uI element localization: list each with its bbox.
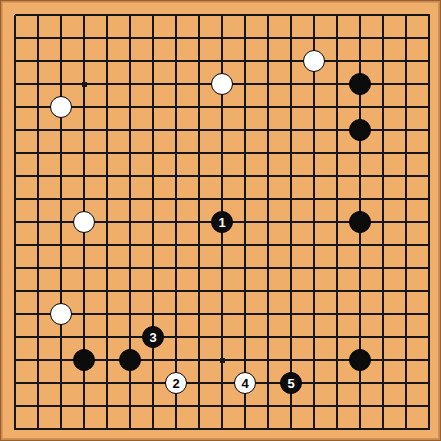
point-G12[interactable] (142, 165, 165, 188)
point-H19[interactable] (165, 4, 188, 27)
point-K19[interactable] (211, 4, 234, 27)
point-M10[interactable] (257, 211, 280, 234)
point-D8[interactable] (73, 257, 96, 280)
point-H17[interactable] (165, 50, 188, 73)
point-G15[interactable] (142, 96, 165, 119)
point-D2[interactable] (73, 395, 96, 418)
point-G18[interactable] (142, 27, 165, 50)
point-T8[interactable] (418, 257, 441, 280)
point-R13[interactable] (372, 142, 395, 165)
point-G2[interactable] (142, 395, 165, 418)
point-E18[interactable] (96, 27, 119, 50)
point-F8[interactable] (119, 257, 142, 280)
point-R19[interactable] (372, 4, 395, 27)
point-L11[interactable] (234, 188, 257, 211)
point-Q8[interactable] (349, 257, 372, 280)
point-J14[interactable] (188, 119, 211, 142)
point-L5[interactable] (234, 326, 257, 349)
black-stone-Q16[interactable] (349, 73, 371, 95)
point-Q11[interactable] (349, 188, 372, 211)
point-G16[interactable] (142, 73, 165, 96)
point-K10[interactable]: 1 (211, 211, 234, 234)
point-Q9[interactable] (349, 234, 372, 257)
point-M14[interactable] (257, 119, 280, 142)
point-K14[interactable] (211, 119, 234, 142)
point-K9[interactable] (211, 234, 234, 257)
point-R17[interactable] (372, 50, 395, 73)
point-B8[interactable] (27, 257, 50, 280)
point-O1[interactable] (303, 418, 326, 441)
point-S12[interactable] (395, 165, 418, 188)
point-D4[interactable] (73, 349, 96, 372)
point-C10[interactable] (50, 211, 73, 234)
point-O11[interactable] (303, 188, 326, 211)
point-E12[interactable] (96, 165, 119, 188)
point-K11[interactable] (211, 188, 234, 211)
point-H11[interactable] (165, 188, 188, 211)
point-K15[interactable] (211, 96, 234, 119)
black-stone-Q4[interactable] (349, 349, 371, 371)
point-B16[interactable] (27, 73, 50, 96)
point-Q15[interactable] (349, 96, 372, 119)
point-P9[interactable] (326, 234, 349, 257)
point-N18[interactable] (280, 27, 303, 50)
point-B12[interactable] (27, 165, 50, 188)
point-Q13[interactable] (349, 142, 372, 165)
point-C2[interactable] (50, 395, 73, 418)
point-E10[interactable] (96, 211, 119, 234)
point-A4[interactable] (4, 349, 27, 372)
point-A15[interactable] (4, 96, 27, 119)
point-O6[interactable] (303, 303, 326, 326)
point-P10[interactable] (326, 211, 349, 234)
point-R12[interactable] (372, 165, 395, 188)
point-C5[interactable] (50, 326, 73, 349)
point-O9[interactable] (303, 234, 326, 257)
point-J13[interactable] (188, 142, 211, 165)
point-C3[interactable] (50, 372, 73, 395)
point-B3[interactable] (27, 372, 50, 395)
point-O3[interactable] (303, 372, 326, 395)
point-N7[interactable] (280, 280, 303, 303)
point-E16[interactable] (96, 73, 119, 96)
point-K13[interactable] (211, 142, 234, 165)
point-H7[interactable] (165, 280, 188, 303)
point-G6[interactable] (142, 303, 165, 326)
point-T2[interactable] (418, 395, 441, 418)
point-L10[interactable] (234, 211, 257, 234)
point-M2[interactable] (257, 395, 280, 418)
point-O4[interactable] (303, 349, 326, 372)
point-M19[interactable] (257, 4, 280, 27)
point-R14[interactable] (372, 119, 395, 142)
point-R4[interactable] (372, 349, 395, 372)
point-A16[interactable] (4, 73, 27, 96)
point-S4[interactable] (395, 349, 418, 372)
point-D3[interactable] (73, 372, 96, 395)
point-S11[interactable] (395, 188, 418, 211)
point-E15[interactable] (96, 96, 119, 119)
point-J9[interactable] (188, 234, 211, 257)
point-S6[interactable] (395, 303, 418, 326)
point-G4[interactable] (142, 349, 165, 372)
point-T5[interactable] (418, 326, 441, 349)
point-K17[interactable] (211, 50, 234, 73)
point-J16[interactable] (188, 73, 211, 96)
point-Q6[interactable] (349, 303, 372, 326)
point-B17[interactable] (27, 50, 50, 73)
point-R16[interactable] (372, 73, 395, 96)
point-D6[interactable] (73, 303, 96, 326)
point-K3[interactable] (211, 372, 234, 395)
point-M17[interactable] (257, 50, 280, 73)
point-B2[interactable] (27, 395, 50, 418)
point-K8[interactable] (211, 257, 234, 280)
point-F9[interactable] (119, 234, 142, 257)
point-O7[interactable] (303, 280, 326, 303)
point-P3[interactable] (326, 372, 349, 395)
point-E4[interactable] (96, 349, 119, 372)
point-F19[interactable] (119, 4, 142, 27)
point-B15[interactable] (27, 96, 50, 119)
point-P14[interactable] (326, 119, 349, 142)
point-P16[interactable] (326, 73, 349, 96)
point-H3[interactable]: 2 (165, 372, 188, 395)
black-stone-F4[interactable] (119, 349, 141, 371)
point-B18[interactable] (27, 27, 50, 50)
point-C1[interactable] (50, 418, 73, 441)
point-C8[interactable] (50, 257, 73, 280)
point-R15[interactable] (372, 96, 395, 119)
point-J19[interactable] (188, 4, 211, 27)
point-E5[interactable] (96, 326, 119, 349)
point-S10[interactable] (395, 211, 418, 234)
point-A7[interactable] (4, 280, 27, 303)
point-B4[interactable] (27, 349, 50, 372)
point-L17[interactable] (234, 50, 257, 73)
point-C18[interactable] (50, 27, 73, 50)
point-S19[interactable] (395, 4, 418, 27)
point-F7[interactable] (119, 280, 142, 303)
point-N14[interactable] (280, 119, 303, 142)
point-M18[interactable] (257, 27, 280, 50)
point-T14[interactable] (418, 119, 441, 142)
point-B6[interactable] (27, 303, 50, 326)
point-K18[interactable] (211, 27, 234, 50)
point-D15[interactable] (73, 96, 96, 119)
point-N10[interactable] (280, 211, 303, 234)
point-L19[interactable] (234, 4, 257, 27)
point-T7[interactable] (418, 280, 441, 303)
point-R3[interactable] (372, 372, 395, 395)
point-B10[interactable] (27, 211, 50, 234)
point-C14[interactable] (50, 119, 73, 142)
point-F16[interactable] (119, 73, 142, 96)
point-M1[interactable] (257, 418, 280, 441)
move-2-white-stone-H3[interactable]: 2 (165, 372, 187, 394)
point-F11[interactable] (119, 188, 142, 211)
point-G1[interactable] (142, 418, 165, 441)
point-L4[interactable] (234, 349, 257, 372)
point-O18[interactable] (303, 27, 326, 50)
point-F12[interactable] (119, 165, 142, 188)
point-P12[interactable] (326, 165, 349, 188)
point-E6[interactable] (96, 303, 119, 326)
point-Q10[interactable] (349, 211, 372, 234)
point-H2[interactable] (165, 395, 188, 418)
point-G10[interactable] (142, 211, 165, 234)
point-C11[interactable] (50, 188, 73, 211)
point-S18[interactable] (395, 27, 418, 50)
point-A1[interactable] (4, 418, 27, 441)
point-H12[interactable] (165, 165, 188, 188)
point-J12[interactable] (188, 165, 211, 188)
point-R8[interactable] (372, 257, 395, 280)
point-C15[interactable] (50, 96, 73, 119)
point-K2[interactable] (211, 395, 234, 418)
point-K7[interactable] (211, 280, 234, 303)
point-L16[interactable] (234, 73, 257, 96)
point-O15[interactable] (303, 96, 326, 119)
point-A18[interactable] (4, 27, 27, 50)
point-F6[interactable] (119, 303, 142, 326)
point-P2[interactable] (326, 395, 349, 418)
point-P8[interactable] (326, 257, 349, 280)
point-B5[interactable] (27, 326, 50, 349)
point-S15[interactable] (395, 96, 418, 119)
point-M12[interactable] (257, 165, 280, 188)
point-Q12[interactable] (349, 165, 372, 188)
point-F4[interactable] (119, 349, 142, 372)
point-M6[interactable] (257, 303, 280, 326)
point-N4[interactable] (280, 349, 303, 372)
point-L2[interactable] (234, 395, 257, 418)
point-O13[interactable] (303, 142, 326, 165)
point-M5[interactable] (257, 326, 280, 349)
point-D11[interactable] (73, 188, 96, 211)
point-N16[interactable] (280, 73, 303, 96)
white-stone-K16[interactable] (211, 73, 233, 95)
point-S14[interactable] (395, 119, 418, 142)
point-Q14[interactable] (349, 119, 372, 142)
point-D5[interactable] (73, 326, 96, 349)
point-Q1[interactable] (349, 418, 372, 441)
point-A5[interactable] (4, 326, 27, 349)
point-E19[interactable] (96, 4, 119, 27)
point-N1[interactable] (280, 418, 303, 441)
point-G7[interactable] (142, 280, 165, 303)
point-B9[interactable] (27, 234, 50, 257)
point-M11[interactable] (257, 188, 280, 211)
point-A3[interactable] (4, 372, 27, 395)
point-S5[interactable] (395, 326, 418, 349)
point-P11[interactable] (326, 188, 349, 211)
point-F5[interactable] (119, 326, 142, 349)
point-R10[interactable] (372, 211, 395, 234)
point-L9[interactable] (234, 234, 257, 257)
point-H10[interactable] (165, 211, 188, 234)
point-D1[interactable] (73, 418, 96, 441)
point-J8[interactable] (188, 257, 211, 280)
point-F17[interactable] (119, 50, 142, 73)
point-N6[interactable] (280, 303, 303, 326)
point-M13[interactable] (257, 142, 280, 165)
point-R18[interactable] (372, 27, 395, 50)
point-N9[interactable] (280, 234, 303, 257)
point-N17[interactable] (280, 50, 303, 73)
point-H5[interactable] (165, 326, 188, 349)
point-O14[interactable] (303, 119, 326, 142)
point-S3[interactable] (395, 372, 418, 395)
point-E1[interactable] (96, 418, 119, 441)
point-G14[interactable] (142, 119, 165, 142)
point-B1[interactable] (27, 418, 50, 441)
point-A2[interactable] (4, 395, 27, 418)
point-O19[interactable] (303, 4, 326, 27)
point-K16[interactable] (211, 73, 234, 96)
point-S1[interactable] (395, 418, 418, 441)
point-A10[interactable] (4, 211, 27, 234)
black-stone-Q14[interactable] (349, 119, 371, 141)
point-J15[interactable] (188, 96, 211, 119)
point-K5[interactable] (211, 326, 234, 349)
point-J17[interactable] (188, 50, 211, 73)
point-N13[interactable] (280, 142, 303, 165)
point-E8[interactable] (96, 257, 119, 280)
point-Q19[interactable] (349, 4, 372, 27)
point-J18[interactable] (188, 27, 211, 50)
point-C17[interactable] (50, 50, 73, 73)
point-E17[interactable] (96, 50, 119, 73)
point-G9[interactable] (142, 234, 165, 257)
black-stone-Q10[interactable] (349, 211, 371, 233)
point-F15[interactable] (119, 96, 142, 119)
point-A9[interactable] (4, 234, 27, 257)
point-G19[interactable] (142, 4, 165, 27)
point-J1[interactable] (188, 418, 211, 441)
point-D16[interactable] (73, 73, 96, 96)
point-T19[interactable] (418, 4, 441, 27)
point-R11[interactable] (372, 188, 395, 211)
point-M8[interactable] (257, 257, 280, 280)
point-L6[interactable] (234, 303, 257, 326)
point-E7[interactable] (96, 280, 119, 303)
move-3-black-stone-G5[interactable]: 3 (142, 326, 164, 348)
point-D9[interactable] (73, 234, 96, 257)
point-P6[interactable] (326, 303, 349, 326)
point-M3[interactable] (257, 372, 280, 395)
point-D14[interactable] (73, 119, 96, 142)
point-J5[interactable] (188, 326, 211, 349)
point-T3[interactable] (418, 372, 441, 395)
point-T9[interactable] (418, 234, 441, 257)
point-C7[interactable] (50, 280, 73, 303)
point-F18[interactable] (119, 27, 142, 50)
point-L13[interactable] (234, 142, 257, 165)
point-Q3[interactable] (349, 372, 372, 395)
point-F3[interactable] (119, 372, 142, 395)
move-4-white-stone-L3[interactable]: 4 (234, 372, 256, 394)
point-T18[interactable] (418, 27, 441, 50)
point-P15[interactable] (326, 96, 349, 119)
point-R9[interactable] (372, 234, 395, 257)
white-stone-O17[interactable] (303, 50, 325, 72)
point-T17[interactable] (418, 50, 441, 73)
point-H9[interactable] (165, 234, 188, 257)
point-J6[interactable] (188, 303, 211, 326)
point-C16[interactable] (50, 73, 73, 96)
point-A11[interactable] (4, 188, 27, 211)
point-E13[interactable] (96, 142, 119, 165)
point-T10[interactable] (418, 211, 441, 234)
point-S16[interactable] (395, 73, 418, 96)
point-N8[interactable] (280, 257, 303, 280)
point-C19[interactable] (50, 4, 73, 27)
point-C9[interactable] (50, 234, 73, 257)
point-T13[interactable] (418, 142, 441, 165)
point-O8[interactable] (303, 257, 326, 280)
point-J11[interactable] (188, 188, 211, 211)
point-G13[interactable] (142, 142, 165, 165)
point-L14[interactable] (234, 119, 257, 142)
point-H16[interactable] (165, 73, 188, 96)
point-D13[interactable] (73, 142, 96, 165)
point-A14[interactable] (4, 119, 27, 142)
point-K6[interactable] (211, 303, 234, 326)
black-stone-D4[interactable] (73, 349, 95, 371)
point-O5[interactable] (303, 326, 326, 349)
point-J7[interactable] (188, 280, 211, 303)
point-D12[interactable] (73, 165, 96, 188)
point-C4[interactable] (50, 349, 73, 372)
point-K1[interactable] (211, 418, 234, 441)
point-N11[interactable] (280, 188, 303, 211)
point-H8[interactable] (165, 257, 188, 280)
point-T11[interactable] (418, 188, 441, 211)
point-C13[interactable] (50, 142, 73, 165)
point-L12[interactable] (234, 165, 257, 188)
point-Q16[interactable] (349, 73, 372, 96)
point-L8[interactable] (234, 257, 257, 280)
point-F13[interactable] (119, 142, 142, 165)
point-B14[interactable] (27, 119, 50, 142)
point-S9[interactable] (395, 234, 418, 257)
point-B13[interactable] (27, 142, 50, 165)
point-P5[interactable] (326, 326, 349, 349)
point-J3[interactable] (188, 372, 211, 395)
point-P19[interactable] (326, 4, 349, 27)
point-L18[interactable] (234, 27, 257, 50)
point-Q4[interactable] (349, 349, 372, 372)
point-H13[interactable] (165, 142, 188, 165)
point-O17[interactable] (303, 50, 326, 73)
point-H1[interactable] (165, 418, 188, 441)
point-E14[interactable] (96, 119, 119, 142)
point-F10[interactable] (119, 211, 142, 234)
point-A12[interactable] (4, 165, 27, 188)
point-B19[interactable] (27, 4, 50, 27)
point-J10[interactable] (188, 211, 211, 234)
point-M7[interactable] (257, 280, 280, 303)
point-P18[interactable] (326, 27, 349, 50)
point-T1[interactable] (418, 418, 441, 441)
point-O10[interactable] (303, 211, 326, 234)
point-Q7[interactable] (349, 280, 372, 303)
point-D19[interactable] (73, 4, 96, 27)
point-S8[interactable] (395, 257, 418, 280)
point-T15[interactable] (418, 96, 441, 119)
point-D17[interactable] (73, 50, 96, 73)
